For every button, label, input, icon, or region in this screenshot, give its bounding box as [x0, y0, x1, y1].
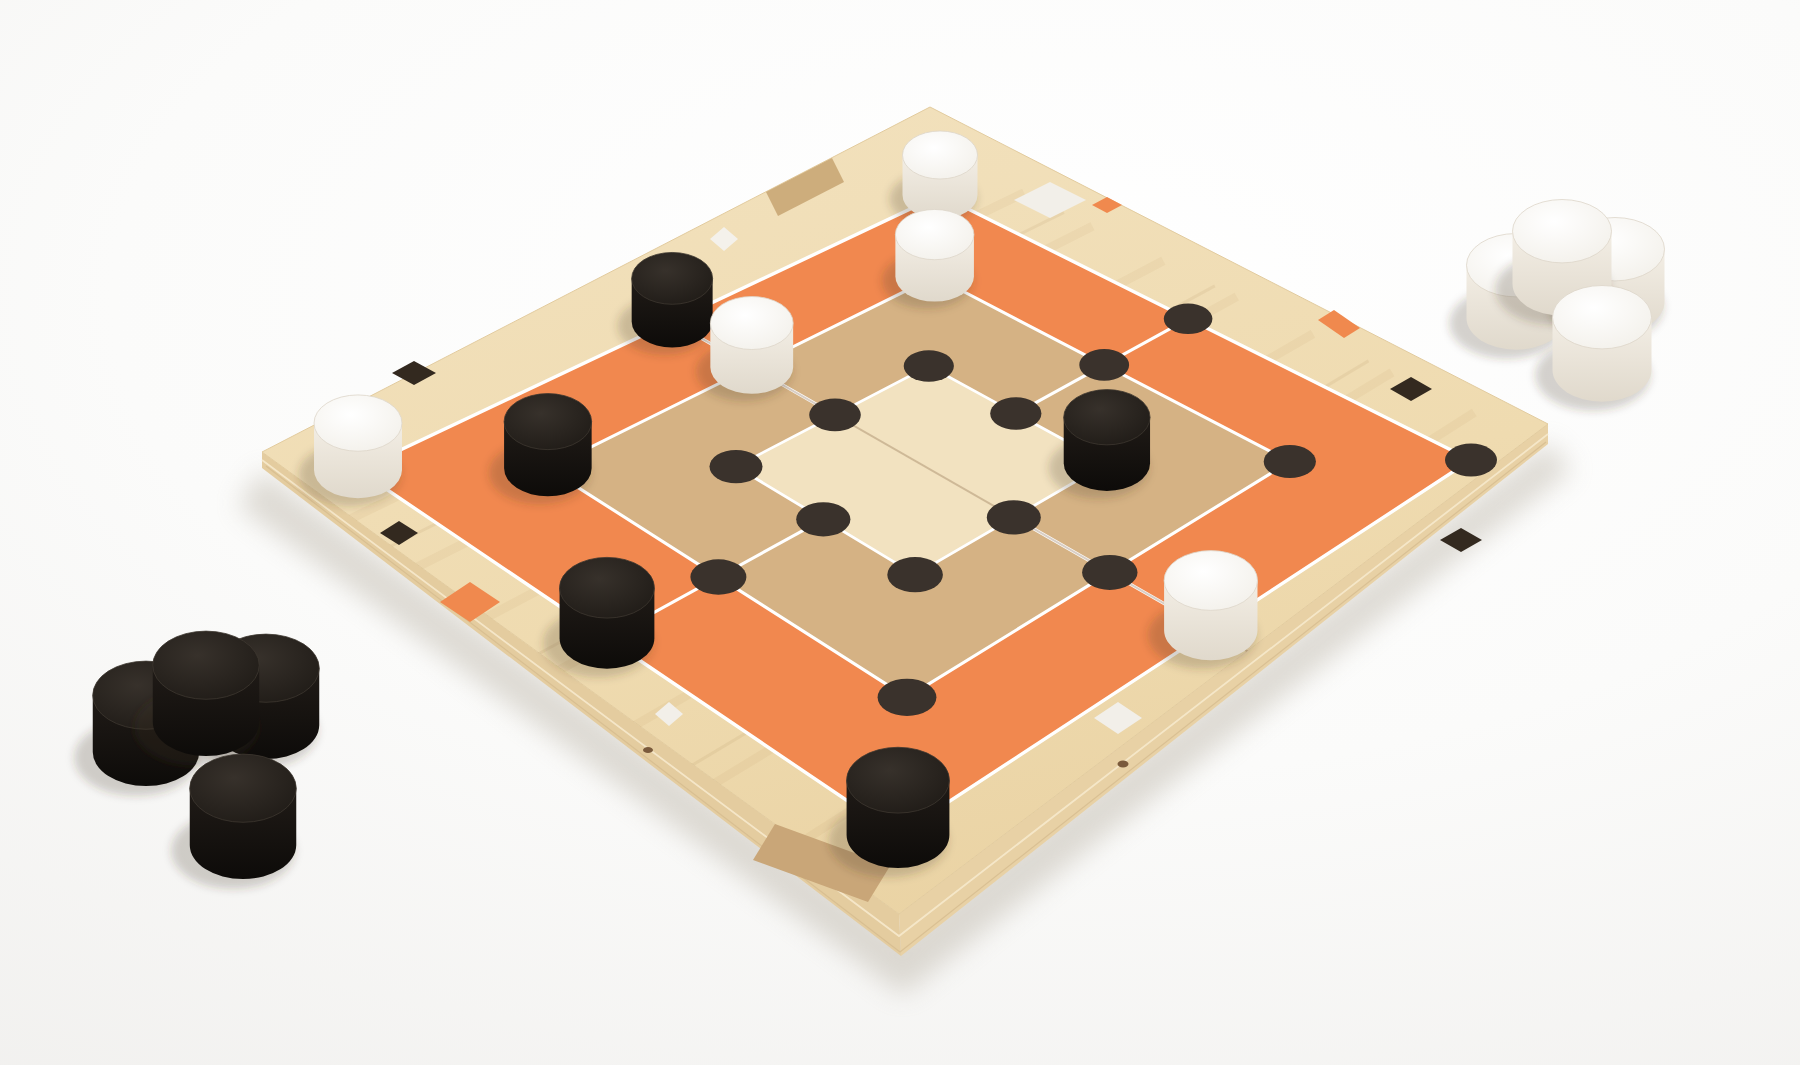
point-d2[interactable] — [1082, 555, 1137, 590]
hinge-hole-left — [643, 747, 653, 753]
point-c4[interactable] — [796, 502, 850, 536]
point-g1[interactable] — [1445, 444, 1497, 477]
point-b2[interactable] — [878, 679, 937, 716]
point-c3[interactable] — [887, 557, 943, 592]
point-f2[interactable] — [1264, 445, 1316, 478]
point-d5[interactable] — [809, 399, 861, 432]
point-b4[interactable] — [690, 559, 746, 594]
point-c5[interactable] — [710, 450, 763, 483]
tray-black-piece-3[interactable] — [134, 631, 259, 766]
latch-hole-right — [1118, 761, 1129, 768]
photo-stage — [0, 0, 1800, 1065]
point-e5[interactable] — [904, 350, 954, 382]
point-g4[interactable] — [1164, 304, 1213, 335]
point-e4[interactable] — [990, 397, 1041, 429]
morris-board-scene — [0, 0, 1800, 1065]
point-f4[interactable] — [1079, 349, 1129, 381]
piece-white-a7[interactable] — [299, 395, 402, 506]
point-d3[interactable] — [987, 500, 1041, 534]
